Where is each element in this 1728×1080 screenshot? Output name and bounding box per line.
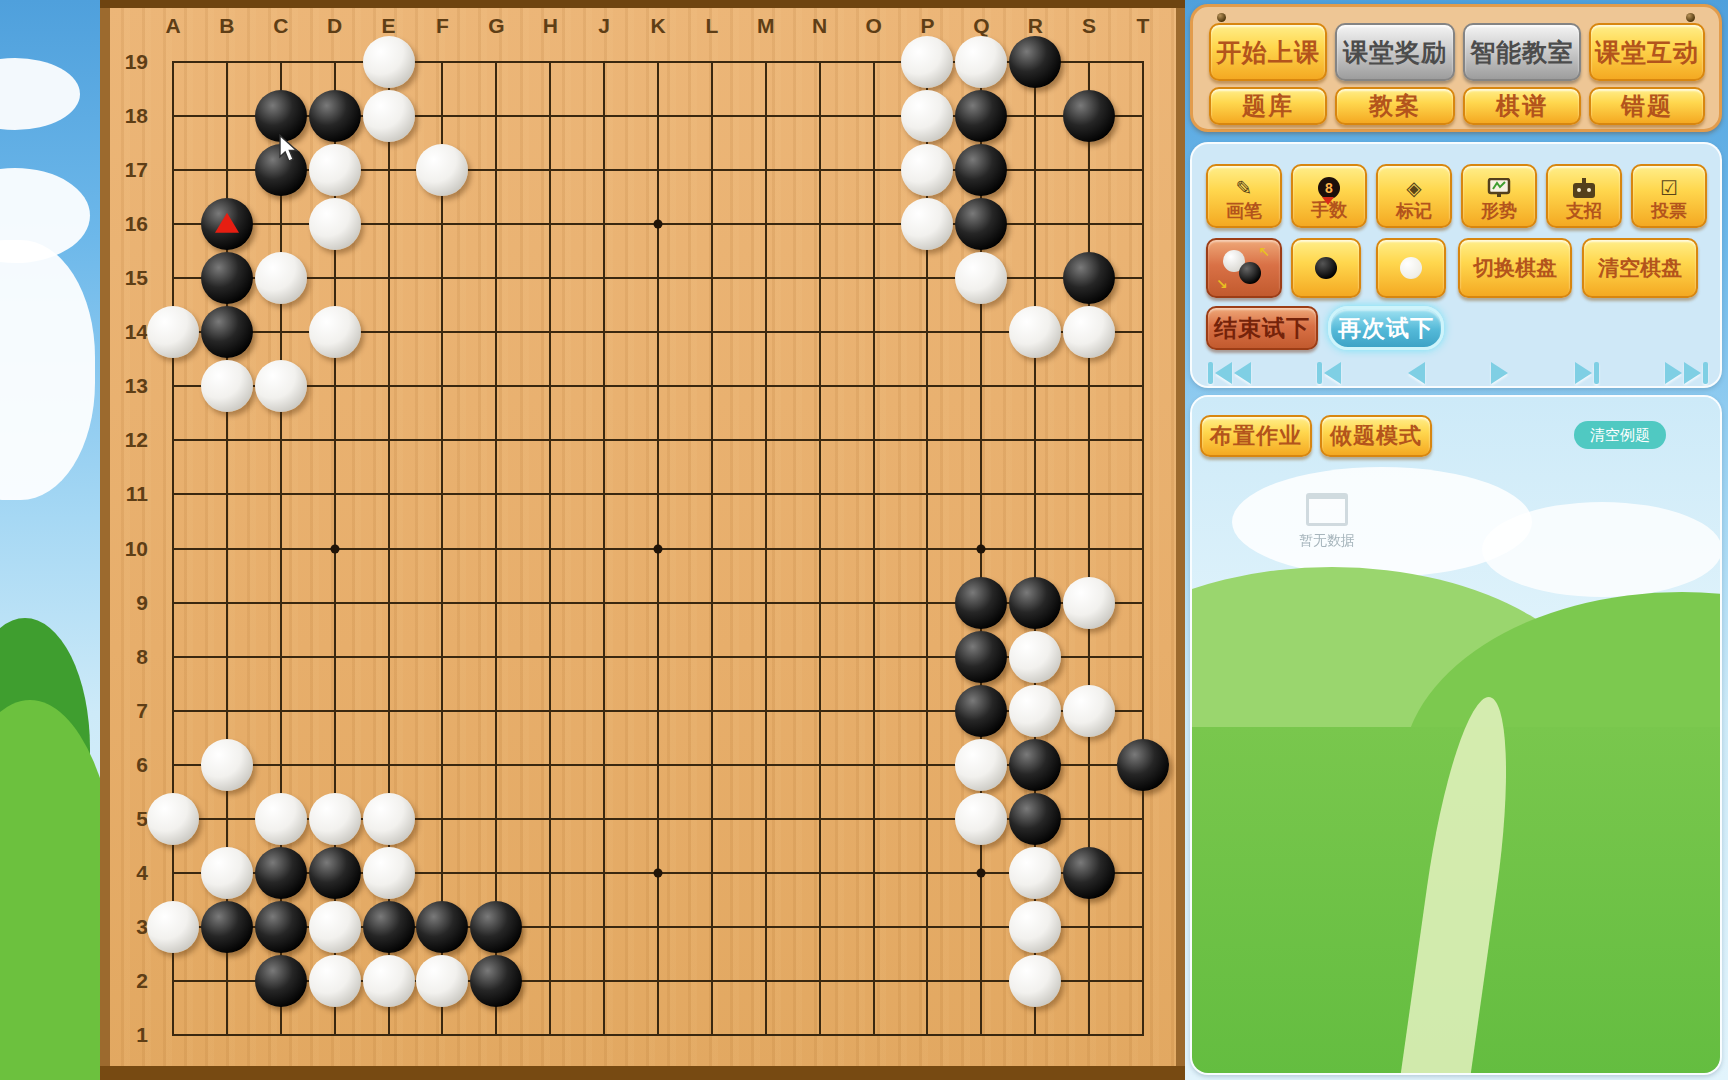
stone-C15[interactable] [255, 252, 307, 304]
app-stage: ABCDEFGHJKLMNOPQRST191817161514131211109… [0, 0, 1728, 1080]
stone-B3[interactable] [201, 901, 253, 953]
smart-classroom-button[interactable]: 智能教室 [1463, 23, 1581, 81]
brush-label: 画笔 [1226, 202, 1262, 220]
grid-line [765, 61, 767, 1036]
territory-button[interactable]: 形势 [1461, 164, 1537, 228]
stone-R7[interactable] [1009, 685, 1061, 737]
stone-B13[interactable] [201, 360, 253, 412]
white-stone-button[interactable] [1376, 238, 1446, 298]
stone-Q17[interactable] [955, 144, 1007, 196]
stone-Q9[interactable] [955, 577, 1007, 629]
row-label-11: 11 [102, 482, 148, 506]
stone-G2[interactable] [470, 955, 522, 1007]
stone-R19[interactable] [1009, 36, 1061, 88]
stone-B6[interactable] [201, 739, 253, 791]
row-label-13: 13 [102, 374, 148, 398]
game-record-button[interactable]: 棋谱 [1463, 87, 1581, 125]
col-label-R: R [1028, 14, 1043, 38]
row-label-19: 19 [102, 50, 148, 74]
row-label-9: 9 [102, 591, 148, 615]
star-point-Q4 [977, 868, 986, 877]
col-label-G: G [488, 14, 504, 38]
start-class-label: 开始上课 [1216, 36, 1320, 69]
step-forward-button[interactable] [1575, 362, 1599, 384]
move-number-icon: 8 [1318, 177, 1340, 199]
stone-S9[interactable] [1063, 577, 1115, 629]
stone-D18[interactable] [309, 90, 361, 142]
stone-D17[interactable] [309, 144, 361, 196]
star-point-K16 [654, 220, 663, 229]
stone-D3[interactable] [309, 901, 361, 953]
board-edge [1176, 0, 1185, 1080]
row-label-4: 4 [102, 861, 148, 885]
star-point-K4 [654, 868, 663, 877]
row-label-7: 7 [102, 699, 148, 723]
empty-state: 暂无数据 [1262, 493, 1392, 550]
game-record-label: 棋谱 [1496, 90, 1548, 122]
stone-P19[interactable] [901, 36, 953, 88]
wrong-problems-label: 错题 [1621, 90, 1673, 122]
stone-D4[interactable] [309, 847, 361, 899]
stone-G3[interactable] [470, 901, 522, 953]
col-label-T: T [1137, 14, 1150, 38]
board-edge [100, 0, 1185, 8]
grid-line [172, 1034, 1144, 1036]
stone-S4[interactable] [1063, 847, 1115, 899]
col-label-K: K [650, 14, 665, 38]
problem-bank-button[interactable]: 题库 [1209, 87, 1327, 125]
vote-icon: ☑ [1660, 176, 1678, 200]
stone-Q5[interactable] [955, 793, 1007, 845]
col-label-H: H [543, 14, 558, 38]
star-point-K10 [654, 544, 663, 553]
hint-label: 支招 [1566, 202, 1602, 220]
stone-Q6[interactable] [955, 739, 1007, 791]
stone-P16[interactable] [901, 198, 953, 250]
class-toolbar-panel: 开始上课 课堂奖励 智能教室 课堂互动 题库 教案 棋谱 错题 [1190, 4, 1722, 132]
empty-box-icon [1306, 493, 1348, 526]
stone-F2[interactable] [416, 955, 468, 1007]
stone-A14[interactable] [147, 306, 199, 358]
black-stone-icon [1315, 257, 1337, 279]
stone-F3[interactable] [416, 901, 468, 953]
mouse-cursor [278, 134, 302, 164]
stone-C3[interactable] [255, 901, 307, 953]
stone-Q18[interactable] [955, 90, 1007, 142]
empty-state-text: 暂无数据 [1262, 532, 1392, 550]
mark-button[interactable]: ◈ 标记 [1376, 164, 1452, 228]
swap-color-icon: ↖ ↘ [1222, 250, 1266, 286]
row-label-15: 15 [102, 266, 148, 290]
stone-P18[interactable] [901, 90, 953, 142]
start-class-button[interactable]: 开始上课 [1209, 23, 1327, 81]
col-label-C: C [273, 14, 288, 38]
stone-R6[interactable] [1009, 739, 1061, 791]
stone-R2[interactable] [1009, 955, 1061, 1007]
clear-board-label: 清空棋盘 [1598, 254, 1682, 282]
vote-label: 投票 [1651, 202, 1687, 220]
lesson-plan-label: 教案 [1369, 90, 1421, 122]
stone-C5[interactable] [255, 793, 307, 845]
wrong-problems-button[interactable]: 错题 [1589, 87, 1705, 125]
black-stone-button[interactable] [1291, 238, 1361, 298]
board-tools-panel: ✎ 画笔 8 手数 ◈ 标记 形势 支招 ☑ 投票 ↖ [1190, 142, 1722, 388]
stone-B15[interactable] [201, 252, 253, 304]
stone-D14[interactable] [309, 306, 361, 358]
row-label-17: 17 [102, 158, 148, 182]
stone-T6[interactable] [1117, 739, 1169, 791]
cloud [1482, 502, 1722, 597]
row-label-12: 12 [102, 428, 148, 452]
skip-to-last-button[interactable] [1665, 362, 1708, 384]
assign-homework-label: 布置作业 [1210, 421, 1302, 451]
clear-board-button[interactable]: 清空棋盘 [1582, 238, 1698, 298]
stone-Q8[interactable] [955, 631, 1007, 683]
col-label-O: O [865, 14, 881, 38]
row-label-18: 18 [102, 104, 148, 128]
stone-Q7[interactable] [955, 685, 1007, 737]
row-label-16: 16 [102, 212, 148, 236]
playback-controls [1208, 358, 1708, 388]
quiz-mode-button[interactable]: 做题模式 [1320, 415, 1432, 457]
col-label-E: E [382, 14, 396, 38]
quiz-mode-label: 做题模式 [1330, 421, 1422, 451]
cloud [0, 58, 80, 130]
retry-trial-label: 再次试下 [1338, 313, 1434, 344]
pencil-icon: ✎ [1236, 176, 1253, 200]
class-reward-button[interactable]: 课堂奖励 [1335, 23, 1455, 81]
move-numbers-button[interactable]: 8 手数 [1291, 164, 1367, 228]
homework-panel: 布置作业 做题模式 清空例题 暂无数据 [1190, 395, 1722, 1075]
hint-button[interactable]: 支招 [1546, 164, 1622, 228]
col-label-Q: Q [973, 14, 989, 38]
stone-A5[interactable] [147, 793, 199, 845]
col-label-S: S [1082, 14, 1096, 38]
stone-R8[interactable] [1009, 631, 1061, 683]
class-interaction-button[interactable]: 课堂互动 [1589, 23, 1705, 81]
col-label-A: A [165, 14, 180, 38]
stone-Q16[interactable] [955, 198, 1007, 250]
col-label-M: M [757, 14, 775, 38]
assign-homework-button[interactable]: 布置作业 [1200, 415, 1312, 457]
board-edge [100, 1066, 1185, 1080]
row-label-3: 3 [102, 915, 148, 939]
end-trial-label: 结束试下 [1214, 313, 1310, 344]
skip-to-first-button[interactable] [1208, 362, 1251, 384]
screw-icon [1217, 13, 1226, 22]
stone-S18[interactable] [1063, 90, 1115, 142]
col-label-N: N [812, 14, 827, 38]
stone-E2[interactable] [363, 955, 415, 1007]
stone-S7[interactable] [1063, 685, 1115, 737]
problem-bank-label: 题库 [1242, 90, 1294, 122]
stone-E5[interactable] [363, 793, 415, 845]
clear-examples-button[interactable]: 清空例题 [1574, 421, 1666, 449]
stone-R9[interactable] [1009, 577, 1061, 629]
territory-label: 形势 [1481, 202, 1517, 220]
row-label-6: 6 [102, 753, 148, 777]
stone-D5[interactable] [309, 793, 361, 845]
fast-back-button[interactable] [1317, 362, 1341, 384]
stone-C4[interactable] [255, 847, 307, 899]
marker-icon: ◈ [1406, 176, 1421, 200]
class-reward-label: 课堂奖励 [1343, 36, 1447, 69]
lesson-plan-button[interactable]: 教案 [1335, 87, 1455, 125]
smart-classroom-label: 智能教室 [1470, 36, 1574, 69]
row-label-5: 5 [102, 807, 148, 831]
clear-examples-label: 清空例题 [1590, 426, 1650, 445]
stone-F17[interactable] [416, 144, 468, 196]
row-label-2: 2 [102, 969, 148, 993]
stone-B14[interactable] [201, 306, 253, 358]
brush-button[interactable]: ✎ 画笔 [1206, 164, 1282, 228]
switch-board-label: 切换棋盘 [1473, 254, 1557, 282]
grid-line [873, 61, 875, 1036]
row-label-1: 1 [102, 1023, 148, 1047]
step-back-button[interactable] [1408, 362, 1425, 384]
grid-line [711, 61, 713, 1036]
stone-R3[interactable] [1009, 901, 1061, 953]
swap-color-button[interactable]: ↖ ↘ [1206, 238, 1282, 298]
play-forward-button[interactable] [1491, 362, 1508, 384]
col-label-P: P [920, 14, 934, 38]
stone-S15[interactable] [1063, 252, 1115, 304]
switch-board-button[interactable]: 切换棋盘 [1458, 238, 1572, 298]
screw-icon [1686, 13, 1695, 22]
stone-D16[interactable] [309, 198, 361, 250]
stone-C13[interactable] [255, 360, 307, 412]
star-point-Q10 [977, 544, 986, 553]
white-stone-icon [1400, 257, 1422, 279]
class-interaction-label: 课堂互动 [1595, 36, 1699, 69]
stone-E18[interactable] [363, 90, 415, 142]
row-label-10: 10 [102, 537, 148, 561]
col-label-J: J [598, 14, 610, 38]
stone-R14[interactable] [1009, 306, 1061, 358]
stone-E19[interactable] [363, 36, 415, 88]
stone-Q19[interactable] [955, 36, 1007, 88]
go-board[interactable]: ABCDEFGHJKLMNOPQRST191817161514131211109… [100, 0, 1185, 1080]
row-label-8: 8 [102, 645, 148, 669]
row-label-14: 14 [102, 320, 148, 344]
hint-robot-icon [1573, 176, 1595, 200]
col-label-B: B [219, 14, 234, 38]
cloud [0, 240, 95, 500]
last-move-marker [215, 213, 239, 233]
end-trial-button[interactable]: 结束试下 [1206, 306, 1318, 350]
col-label-L: L [705, 14, 718, 38]
vote-button[interactable]: ☑ 投票 [1631, 164, 1707, 228]
stone-S14[interactable] [1063, 306, 1115, 358]
stone-C2[interactable] [255, 955, 307, 1007]
stone-B16[interactable] [201, 198, 253, 250]
stone-B4[interactable] [201, 847, 253, 899]
grid-line [819, 61, 821, 1036]
star-point-D10 [330, 544, 339, 553]
stone-R5[interactable] [1009, 793, 1061, 845]
territory-icon [1487, 176, 1511, 200]
col-label-F: F [436, 14, 449, 38]
stone-E3[interactable] [363, 901, 415, 953]
grid-line [1142, 61, 1144, 1036]
stone-A3[interactable] [147, 901, 199, 953]
retry-trial-button[interactable]: 再次试下 [1328, 306, 1444, 350]
stone-E4[interactable] [363, 847, 415, 899]
stone-R4[interactable] [1009, 847, 1061, 899]
mark-label: 标记 [1396, 202, 1432, 220]
stone-D2[interactable] [309, 955, 361, 1007]
stone-Q15[interactable] [955, 252, 1007, 304]
col-label-D: D [327, 14, 342, 38]
stone-P17[interactable] [901, 144, 953, 196]
